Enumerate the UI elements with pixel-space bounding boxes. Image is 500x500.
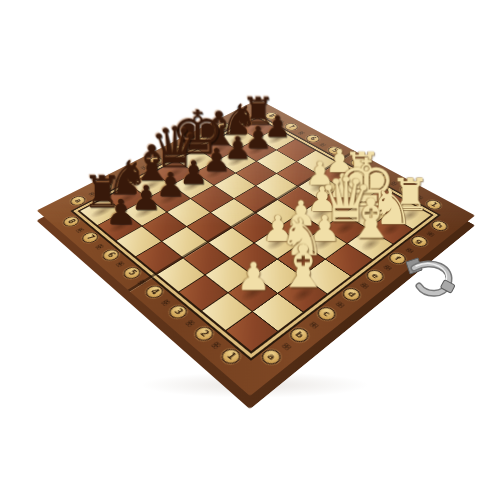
scroll-ornament: ∞ (306, 319, 320, 330)
scroll-ornament: ∞ (75, 226, 87, 234)
file-label-e: e (363, 268, 386, 285)
file-label-g: g (408, 234, 430, 249)
rank-label-2: 2 (191, 324, 216, 344)
scroll-ornament: ∞ (160, 297, 174, 307)
rank-label-7: 7 (79, 230, 101, 245)
pawn-glyph: ♟ (105, 194, 136, 229)
rank-label-6: 6 (303, 133, 322, 143)
clasp[interactable] (402, 256, 464, 312)
clasp-icon (402, 256, 464, 312)
scroll-ornament: ∞ (357, 280, 370, 289)
file-label-d: d (339, 286, 363, 304)
file-label-h: h (429, 219, 451, 233)
scroll-ornament: ∞ (278, 340, 292, 351)
product-photo-stage: a∞b∞c∞d∞e∞f∞g∞h a∞b∞c∞d∞e∞f∞g∞h 8∞7∞6∞5∞… (0, 0, 500, 500)
rank-label-5: 5 (120, 265, 143, 281)
chess-board[interactable]: a∞b∞c∞d∞e∞f∞g∞h a∞b∞c∞d∞e∞f∞g∞h 8∞7∞6∞5∞… (37, 99, 475, 396)
scroll-ornament: ∞ (423, 230, 435, 238)
board-grid: ♜♞♝♛♚♝♞♜♟♟♟♟♟♟♟♟♟♟♟♟♟♟♜♟♞♟♛♚♝♝♞♜ (80, 118, 431, 351)
board-frame: a∞b∞c∞d∞e∞f∞g∞h a∞b∞c∞d∞e∞f∞g∞h 8∞7∞6∞5∞… (37, 99, 475, 396)
scroll-ornament: ∞ (94, 242, 106, 250)
scroll-ornament: ∞ (184, 317, 198, 327)
rank-label-4: 4 (143, 283, 167, 300)
bishop-glyph: ♝ (277, 238, 330, 297)
file-label-b: b (287, 325, 313, 345)
file-label-a: a (258, 347, 284, 368)
pawn-glyph: ♟ (237, 257, 272, 296)
scroll-ornament: ∞ (332, 299, 346, 309)
scroll-ornament: ∞ (402, 246, 415, 254)
bishop-glyph: ♝ (347, 192, 396, 247)
scene: a∞b∞c∞d∞e∞f∞g∞h a∞b∞c∞d∞e∞f∞g∞h 8∞7∞6∞5∞… (0, 0, 500, 500)
rank-label-8: 8 (60, 215, 81, 229)
scroll-ornament: ∞ (115, 259, 128, 268)
rank-label-3: 3 (166, 303, 191, 321)
scroll-ornament: ∞ (210, 339, 224, 350)
rank-label-6: 6 (99, 247, 122, 263)
scroll-ornament: ∞ (297, 130, 307, 136)
rank-label-1: 1 (218, 346, 244, 367)
scroll-ornament: ∞ (380, 263, 393, 272)
file-label-c: c (314, 305, 339, 324)
